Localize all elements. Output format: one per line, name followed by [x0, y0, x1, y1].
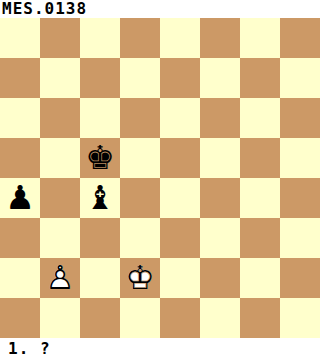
square-h5[interactable] [280, 138, 320, 178]
square-b1[interactable] [40, 298, 80, 338]
square-c4[interactable]: ♝ [80, 178, 120, 218]
black-bishop[interactable]: ♝ [80, 178, 120, 218]
square-f1[interactable] [200, 298, 240, 338]
square-e7[interactable] [160, 58, 200, 98]
square-h4[interactable] [280, 178, 320, 218]
square-e8[interactable] [160, 18, 200, 58]
piece-outline-layer: ♙ [40, 258, 80, 298]
square-g3[interactable] [240, 218, 280, 258]
piece-glyph: ♚ [80, 138, 120, 178]
square-h8[interactable] [280, 18, 320, 58]
square-c3[interactable] [80, 218, 120, 258]
square-a1[interactable] [0, 298, 40, 338]
square-e4[interactable] [160, 178, 200, 218]
square-a8[interactable] [0, 18, 40, 58]
square-g6[interactable] [240, 98, 280, 138]
square-f5[interactable] [200, 138, 240, 178]
black-pawn[interactable]: ♟ [0, 178, 40, 218]
square-b7[interactable] [40, 58, 80, 98]
square-h1[interactable] [280, 298, 320, 338]
square-f6[interactable] [200, 98, 240, 138]
square-g2[interactable] [240, 258, 280, 298]
piece-glyph: ♝ [80, 178, 120, 218]
square-b2[interactable]: ♟♙ [40, 258, 80, 298]
square-f2[interactable] [200, 258, 240, 298]
square-a4[interactable]: ♟ [0, 178, 40, 218]
square-g8[interactable] [240, 18, 280, 58]
square-b6[interactable] [40, 98, 80, 138]
square-g4[interactable] [240, 178, 280, 218]
square-g1[interactable] [240, 298, 280, 338]
square-e6[interactable] [160, 98, 200, 138]
square-d3[interactable] [120, 218, 160, 258]
square-e3[interactable] [160, 218, 200, 258]
square-g5[interactable] [240, 138, 280, 178]
square-f3[interactable] [200, 218, 240, 258]
black-king[interactable]: ♚ [80, 138, 120, 178]
square-b5[interactable] [40, 138, 80, 178]
square-a7[interactable] [0, 58, 40, 98]
square-a5[interactable] [0, 138, 40, 178]
square-h7[interactable] [280, 58, 320, 98]
piece-glyph: ♟ [0, 178, 40, 218]
square-d7[interactable] [120, 58, 160, 98]
square-g7[interactable] [240, 58, 280, 98]
square-c1[interactable] [80, 298, 120, 338]
square-e5[interactable] [160, 138, 200, 178]
piece-outline-layer: ♔ [120, 258, 160, 298]
square-h6[interactable] [280, 98, 320, 138]
square-d1[interactable] [120, 298, 160, 338]
chess-board: ♚♟♝♟♙♚♔ [0, 18, 320, 338]
square-e1[interactable] [160, 298, 200, 338]
square-b3[interactable] [40, 218, 80, 258]
square-d6[interactable] [120, 98, 160, 138]
square-b4[interactable] [40, 178, 80, 218]
square-d5[interactable] [120, 138, 160, 178]
white-pawn[interactable]: ♟♙ [40, 258, 80, 298]
square-e2[interactable] [160, 258, 200, 298]
square-c8[interactable] [80, 18, 120, 58]
square-h3[interactable] [280, 218, 320, 258]
white-king[interactable]: ♚♔ [120, 258, 160, 298]
square-c2[interactable] [80, 258, 120, 298]
square-f8[interactable] [200, 18, 240, 58]
move-prompt: 1. ? [0, 338, 320, 360]
diagram-title: MES.0138 [0, 0, 320, 18]
square-a3[interactable] [0, 218, 40, 258]
square-f7[interactable] [200, 58, 240, 98]
square-d2[interactable]: ♚♔ [120, 258, 160, 298]
square-h2[interactable] [280, 258, 320, 298]
square-f4[interactable] [200, 178, 240, 218]
square-a2[interactable] [0, 258, 40, 298]
square-a6[interactable] [0, 98, 40, 138]
square-c5[interactable]: ♚ [80, 138, 120, 178]
square-d4[interactable] [120, 178, 160, 218]
square-b8[interactable] [40, 18, 80, 58]
chess-diagram-page: MES.0138 ♚♟♝♟♙♚♔ 1. ? [0, 0, 320, 360]
square-c6[interactable] [80, 98, 120, 138]
square-c7[interactable] [80, 58, 120, 98]
square-d8[interactable] [120, 18, 160, 58]
